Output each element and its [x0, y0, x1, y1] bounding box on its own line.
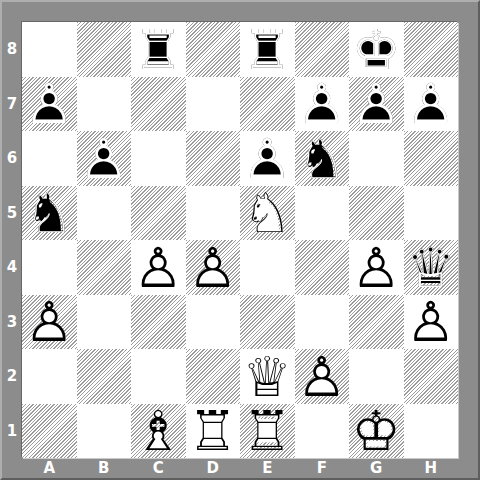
- piece-white-pawn-d4[interactable]: ♟♙: [186, 240, 241, 295]
- square-b4[interactable]: [77, 240, 132, 295]
- piece-white-knight-e5[interactable]: ♞♘: [240, 186, 295, 241]
- square-d3[interactable]: [186, 295, 241, 350]
- square-b6[interactable]: ♟♙: [77, 131, 132, 186]
- rank-label-2: 2: [2, 349, 22, 404]
- square-a6[interactable]: [22, 131, 77, 186]
- black-knight-glyph-outline: ♘: [22, 187, 77, 242]
- square-d1[interactable]: ♜♖: [186, 404, 241, 459]
- square-e3[interactable]: [240, 295, 295, 350]
- rank-label-1: 1: [2, 404, 22, 459]
- square-c1[interactable]: ♝♗: [131, 404, 186, 459]
- piece-white-pawn-g4[interactable]: ♟♙: [349, 240, 404, 295]
- piece-black-queen-h4[interactable]: ♛♕: [404, 240, 459, 295]
- square-a4[interactable]: [22, 240, 77, 295]
- square-d5[interactable]: [186, 186, 241, 241]
- square-a3[interactable]: ♟♙: [22, 295, 77, 350]
- piece-black-pawn-b6[interactable]: ♟♙: [77, 131, 132, 186]
- square-e7[interactable]: [240, 77, 295, 132]
- piece-white-king-g1[interactable]: ♚♔: [349, 404, 404, 459]
- file-label-g: G: [349, 458, 404, 478]
- piece-black-pawn-a7[interactable]: ♟♙: [22, 77, 77, 132]
- piece-black-pawn-h7[interactable]: ♟♙: [404, 77, 459, 132]
- square-c7[interactable]: [131, 77, 186, 132]
- chess-board: ♜♖♜♖♚♔♟♙♟♙♟♙♟♙♟♙♟♙♞♘♞♘♞♘♟♙♟♙♟♙♛♕♟♙♟♙♛♕♟♙…: [22, 22, 458, 458]
- black-rook-glyph-outline: ♖: [131, 23, 186, 78]
- white-rook-glyph-outline: ♖: [240, 405, 295, 460]
- file-labels: ABCDEFGH: [22, 458, 458, 478]
- piece-white-pawn-h3[interactable]: ♟♙: [404, 295, 459, 350]
- white-pawn-glyph-outline: ♙: [131, 241, 186, 296]
- file-label-h: H: [404, 458, 459, 478]
- square-b1[interactable]: [77, 404, 132, 459]
- piece-black-rook-e8[interactable]: ♜♖: [240, 22, 295, 77]
- rank-label-5: 5: [2, 186, 22, 241]
- piece-white-pawn-c4[interactable]: ♟♙: [131, 240, 186, 295]
- square-f1[interactable]: [295, 404, 350, 459]
- square-h7[interactable]: ♟♙: [404, 77, 459, 132]
- square-f5[interactable]: [295, 186, 350, 241]
- square-h6[interactable]: [404, 131, 459, 186]
- square-g6[interactable]: [349, 131, 404, 186]
- square-d4[interactable]: ♟♙: [186, 240, 241, 295]
- black-pawn-glyph-outline: ♙: [295, 78, 350, 133]
- square-c3[interactable]: [131, 295, 186, 350]
- white-pawn-glyph-outline: ♙: [295, 350, 350, 405]
- piece-black-king-g8[interactable]: ♚♔: [349, 22, 404, 77]
- piece-white-pawn-a3[interactable]: ♟♙: [22, 295, 77, 350]
- black-pawn-glyph-outline: ♙: [22, 78, 77, 133]
- white-king-glyph-outline: ♔: [349, 405, 404, 460]
- piece-white-rook-d1[interactable]: ♜♖: [186, 404, 241, 459]
- square-d2[interactable]: [186, 349, 241, 404]
- square-f8[interactable]: [295, 22, 350, 77]
- white-pawn-glyph-outline: ♙: [349, 241, 404, 296]
- piece-black-pawn-g7[interactable]: ♟♙: [349, 77, 404, 132]
- file-label-c: C: [131, 458, 186, 478]
- square-b8[interactable]: [77, 22, 132, 77]
- square-f6[interactable]: ♞♘: [295, 131, 350, 186]
- file-label-a: A: [22, 458, 77, 478]
- piece-black-knight-a5[interactable]: ♞♘: [22, 186, 77, 241]
- square-e5[interactable]: ♞♘: [240, 186, 295, 241]
- piece-black-rook-c8[interactable]: ♜♖: [131, 22, 186, 77]
- square-f4[interactable]: [295, 240, 350, 295]
- square-g1[interactable]: ♚♔: [349, 404, 404, 459]
- square-a2[interactable]: [22, 349, 77, 404]
- square-b2[interactable]: [77, 349, 132, 404]
- black-rook-glyph-outline: ♖: [240, 23, 295, 78]
- file-label-e: E: [240, 458, 295, 478]
- square-h1[interactable]: [404, 404, 459, 459]
- square-d8[interactable]: [186, 22, 241, 77]
- square-f7[interactable]: ♟♙: [295, 77, 350, 132]
- square-e1[interactable]: ♜♖: [240, 404, 295, 459]
- square-c5[interactable]: [131, 186, 186, 241]
- white-bishop-glyph-outline: ♗: [131, 405, 186, 460]
- black-king-glyph-outline: ♔: [349, 23, 404, 78]
- square-g7[interactable]: ♟♙: [349, 77, 404, 132]
- square-d7[interactable]: [186, 77, 241, 132]
- black-pawn-glyph-outline: ♙: [77, 132, 132, 187]
- square-a8[interactable]: [22, 22, 77, 77]
- rank-label-3: 3: [2, 295, 22, 350]
- square-a7[interactable]: ♟♙: [22, 77, 77, 132]
- square-a5[interactable]: ♞♘: [22, 186, 77, 241]
- piece-black-pawn-e6[interactable]: ♟♙: [240, 131, 295, 186]
- square-g3[interactable]: [349, 295, 404, 350]
- piece-white-bishop-c1[interactable]: ♝♗: [131, 404, 186, 459]
- square-g2[interactable]: [349, 349, 404, 404]
- black-pawn-glyph-outline: ♙: [349, 78, 404, 133]
- square-f2[interactable]: ♟♙: [295, 349, 350, 404]
- square-b5[interactable]: [77, 186, 132, 241]
- white-pawn-glyph-outline: ♙: [186, 241, 241, 296]
- black-pawn-glyph-outline: ♙: [404, 78, 459, 133]
- square-c6[interactable]: [131, 131, 186, 186]
- rank-label-4: 4: [2, 240, 22, 295]
- square-e6[interactable]: ♟♙: [240, 131, 295, 186]
- piece-white-queen-e2[interactable]: ♛♕: [240, 349, 295, 404]
- piece-black-pawn-f7[interactable]: ♟♙: [295, 77, 350, 132]
- square-h4[interactable]: ♛♕: [404, 240, 459, 295]
- square-c2[interactable]: [131, 349, 186, 404]
- square-h8[interactable]: [404, 22, 459, 77]
- white-pawn-glyph-outline: ♙: [22, 296, 77, 351]
- square-h3[interactable]: ♟♙: [404, 295, 459, 350]
- square-b3[interactable]: [77, 295, 132, 350]
- piece-white-pawn-f2[interactable]: ♟♙: [295, 349, 350, 404]
- square-e2[interactable]: ♛♕: [240, 349, 295, 404]
- rank-labels: 87654321: [2, 22, 22, 458]
- square-f3[interactable]: [295, 295, 350, 350]
- square-g8[interactable]: ♚♔: [349, 22, 404, 77]
- square-a1[interactable]: [22, 404, 77, 459]
- file-label-b: B: [77, 458, 132, 478]
- square-c4[interactable]: ♟♙: [131, 240, 186, 295]
- chessboard-frame: 87654321 ♜♖♜♖♚♔♟♙♟♙♟♙♟♙♟♙♟♙♞♘♞♘♞♘♟♙♟♙♟♙♛…: [0, 0, 480, 480]
- square-h2[interactable]: [404, 349, 459, 404]
- white-knight-glyph-outline: ♘: [240, 187, 295, 242]
- file-label-d: D: [186, 458, 241, 478]
- rank-label-7: 7: [2, 77, 22, 132]
- square-h5[interactable]: [404, 186, 459, 241]
- square-e8[interactable]: ♜♖: [240, 22, 295, 77]
- rank-label-8: 8: [2, 22, 22, 77]
- black-queen-glyph-outline: ♕: [404, 241, 459, 296]
- white-queen-glyph-outline: ♕: [240, 350, 295, 405]
- black-pawn-glyph-outline: ♙: [240, 132, 295, 187]
- square-g5[interactable]: [349, 186, 404, 241]
- square-d6[interactable]: [186, 131, 241, 186]
- piece-white-rook-e1[interactable]: ♜♖: [240, 404, 295, 459]
- rank-label-6: 6: [2, 131, 22, 186]
- black-knight-glyph-outline: ♘: [295, 132, 350, 187]
- square-e4[interactable]: [240, 240, 295, 295]
- white-pawn-glyph-outline: ♙: [404, 296, 459, 351]
- square-c8[interactable]: ♜♖: [131, 22, 186, 77]
- square-b7[interactable]: [77, 77, 132, 132]
- white-rook-glyph-outline: ♖: [186, 405, 241, 460]
- file-label-f: F: [295, 458, 350, 478]
- piece-black-knight-f6[interactable]: ♞♘: [295, 131, 350, 186]
- square-g4[interactable]: ♟♙: [349, 240, 404, 295]
